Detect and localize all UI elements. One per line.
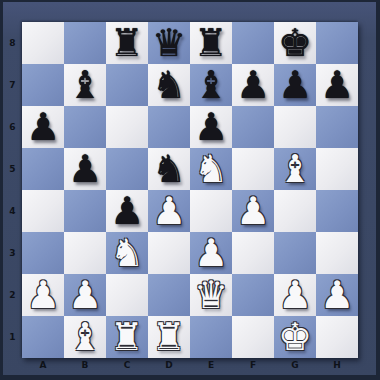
- piece-black-queen[interactable]: ♛: [152, 22, 186, 64]
- rank-label-2: 2: [0, 274, 22, 316]
- square-g8[interactable]: ♚: [274, 22, 316, 64]
- square-e5[interactable]: ♞: [190, 148, 232, 190]
- square-d5[interactable]: ♞: [148, 148, 190, 190]
- square-b2[interactable]: ♟: [64, 274, 106, 316]
- square-b7[interactable]: ♝: [64, 64, 106, 106]
- square-f5[interactable]: [232, 148, 274, 190]
- file-label-e: E: [190, 357, 232, 373]
- square-h3[interactable]: [316, 232, 358, 274]
- square-b5[interactable]: ♟: [64, 148, 106, 190]
- square-c6[interactable]: [106, 106, 148, 148]
- file-labels: ABCDEFGH: [22, 357, 358, 373]
- square-f7[interactable]: ♟: [232, 64, 274, 106]
- square-b3[interactable]: [64, 232, 106, 274]
- square-g7[interactable]: ♟: [274, 64, 316, 106]
- square-c3[interactable]: ♞: [106, 232, 148, 274]
- square-h8[interactable]: [316, 22, 358, 64]
- piece-black-pawn[interactable]: ♟: [236, 64, 270, 106]
- square-f6[interactable]: [232, 106, 274, 148]
- square-h2[interactable]: ♟: [316, 274, 358, 316]
- square-g1[interactable]: ♚: [274, 316, 316, 358]
- piece-white-queen[interactable]: ♛: [194, 274, 228, 316]
- square-a1[interactable]: [22, 316, 64, 358]
- piece-white-pawn[interactable]: ♟: [320, 274, 354, 316]
- piece-white-king[interactable]: ♚: [278, 316, 312, 358]
- square-c8[interactable]: ♜: [106, 22, 148, 64]
- square-f2[interactable]: [232, 274, 274, 316]
- piece-white-pawn[interactable]: ♟: [152, 190, 186, 232]
- piece-black-bishop[interactable]: ♝: [194, 64, 228, 106]
- square-d1[interactable]: ♜: [148, 316, 190, 358]
- piece-white-bishop[interactable]: ♝: [68, 316, 102, 358]
- piece-white-pawn[interactable]: ♟: [194, 232, 228, 274]
- file-label-a: A: [22, 357, 64, 373]
- square-a6[interactable]: ♟: [22, 106, 64, 148]
- square-g3[interactable]: [274, 232, 316, 274]
- square-h7[interactable]: ♟: [316, 64, 358, 106]
- square-c7[interactable]: [106, 64, 148, 106]
- square-a4[interactable]: [22, 190, 64, 232]
- rank-label-3: 3: [0, 232, 22, 274]
- rank-label-7: 7: [0, 64, 22, 106]
- file-label-b: B: [64, 357, 106, 373]
- file-label-d: D: [148, 357, 190, 373]
- square-e1[interactable]: [190, 316, 232, 358]
- square-a8[interactable]: [22, 22, 64, 64]
- square-e3[interactable]: ♟: [190, 232, 232, 274]
- square-b4[interactable]: [64, 190, 106, 232]
- piece-black-rook[interactable]: ♜: [110, 22, 144, 64]
- piece-white-knight[interactable]: ♞: [110, 232, 144, 274]
- piece-black-pawn[interactable]: ♟: [194, 106, 228, 148]
- square-c5[interactable]: [106, 148, 148, 190]
- square-d8[interactable]: ♛: [148, 22, 190, 64]
- square-f1[interactable]: [232, 316, 274, 358]
- piece-black-pawn[interactable]: ♟: [320, 64, 354, 106]
- piece-white-pawn[interactable]: ♟: [68, 274, 102, 316]
- piece-black-rook[interactable]: ♜: [194, 22, 228, 64]
- square-b6[interactable]: [64, 106, 106, 148]
- piece-white-pawn[interactable]: ♟: [26, 274, 60, 316]
- piece-black-pawn[interactable]: ♟: [26, 106, 60, 148]
- rank-label-5: 5: [0, 148, 22, 190]
- piece-black-pawn[interactable]: ♟: [68, 148, 102, 190]
- square-d6[interactable]: [148, 106, 190, 148]
- square-e4[interactable]: [190, 190, 232, 232]
- file-label-g: G: [274, 357, 316, 373]
- piece-black-pawn[interactable]: ♟: [278, 64, 312, 106]
- square-f8[interactable]: [232, 22, 274, 64]
- square-b1[interactable]: ♝: [64, 316, 106, 358]
- square-c1[interactable]: ♜: [106, 316, 148, 358]
- square-g4[interactable]: [274, 190, 316, 232]
- piece-white-pawn[interactable]: ♟: [278, 274, 312, 316]
- piece-white-rook[interactable]: ♜: [110, 316, 144, 358]
- square-e2[interactable]: ♛: [190, 274, 232, 316]
- square-d4[interactable]: ♟: [148, 190, 190, 232]
- piece-white-knight[interactable]: ♞: [194, 148, 228, 190]
- file-label-f: F: [232, 357, 274, 373]
- square-h5[interactable]: [316, 148, 358, 190]
- square-d3[interactable]: [148, 232, 190, 274]
- piece-black-knight[interactable]: ♞: [152, 148, 186, 190]
- square-a5[interactable]: [22, 148, 64, 190]
- rank-label-4: 4: [0, 190, 22, 232]
- file-label-h: H: [316, 357, 358, 373]
- square-a7[interactable]: [22, 64, 64, 106]
- square-h1[interactable]: [316, 316, 358, 358]
- square-a2[interactable]: ♟: [22, 274, 64, 316]
- square-e7[interactable]: ♝: [190, 64, 232, 106]
- square-f4[interactable]: ♟: [232, 190, 274, 232]
- file-label-c: C: [106, 357, 148, 373]
- board-frame: 87654321 ♜♛♜♚♝♞♝♟♟♟♟♟♟♞♞♝♟♟♟♞♟♟♟♛♟♟♝♜♜♚ …: [0, 0, 380, 380]
- square-d2[interactable]: [148, 274, 190, 316]
- piece-black-bishop[interactable]: ♝: [68, 64, 102, 106]
- rank-label-6: 6: [0, 106, 22, 148]
- square-h4[interactable]: [316, 190, 358, 232]
- piece-white-pawn[interactable]: ♟: [236, 190, 270, 232]
- piece-white-rook[interactable]: ♜: [152, 316, 186, 358]
- rank-label-8: 8: [0, 22, 22, 64]
- piece-black-king[interactable]: ♚: [278, 22, 312, 64]
- square-b8[interactable]: [64, 22, 106, 64]
- square-g6[interactable]: [274, 106, 316, 148]
- rank-labels: 87654321: [0, 22, 22, 358]
- square-c2[interactable]: [106, 274, 148, 316]
- piece-white-bishop[interactable]: ♝: [278, 148, 312, 190]
- square-a3[interactable]: [22, 232, 64, 274]
- square-d7[interactable]: ♞: [148, 64, 190, 106]
- square-g2[interactable]: ♟: [274, 274, 316, 316]
- square-h6[interactable]: [316, 106, 358, 148]
- piece-black-pawn[interactable]: ♟: [110, 190, 144, 232]
- square-g5[interactable]: ♝: [274, 148, 316, 190]
- piece-black-knight[interactable]: ♞: [152, 64, 186, 106]
- square-c4[interactable]: ♟: [106, 190, 148, 232]
- square-e6[interactable]: ♟: [190, 106, 232, 148]
- square-f3[interactable]: [232, 232, 274, 274]
- square-e8[interactable]: ♜: [190, 22, 232, 64]
- rank-label-1: 1: [0, 316, 22, 358]
- chess-board[interactable]: ♜♛♜♚♝♞♝♟♟♟♟♟♟♞♞♝♟♟♟♞♟♟♟♛♟♟♝♜♜♚: [22, 22, 358, 358]
